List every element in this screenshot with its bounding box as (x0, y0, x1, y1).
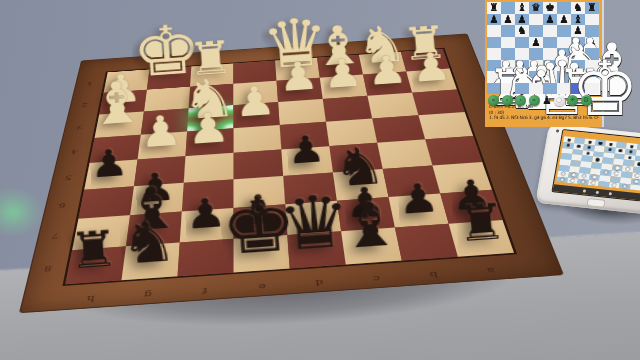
black-knight: ♞ (119, 215, 179, 272)
square-f1[interactable]: ♜ (557, 83, 571, 95)
white-pawn (592, 175, 596, 179)
phone-screen (551, 129, 640, 202)
square-a7[interactable]: ♟ (487, 14, 501, 26)
white-pawn (626, 167, 630, 171)
app-board: ♜♝♛♚♞♜♟♟♟♟♟♝♞♟♟♟♟♟♟♞♝♟♟♟♟♟♜♞♝♛♜♚ (487, 2, 599, 94)
rank-label-4: 4 (62, 138, 86, 164)
black-pawn: ♟ (501, 14, 515, 26)
black-pawn (595, 158, 599, 162)
square-a5 (425, 136, 482, 165)
black-rook: ♜ (455, 198, 509, 248)
white-pawn: ♟ (138, 111, 183, 154)
square-c8: ♝ (341, 228, 402, 265)
square-b8 (395, 224, 458, 261)
white-pawn: ♟ (410, 48, 453, 88)
move-list-line: 1. f4 d5 2. Nf3 Nc6 3. g4 g6 4. e3 Bg7 5… (489, 115, 599, 120)
file-label-d: d (290, 276, 348, 289)
file-label-e: e (234, 280, 291, 293)
board-frame: ♚♜♛♝♞♜♟♟♟♟♟♝♞♟♟♟♟♟♟♞♝♟♟♟♟♟♜♞♚♛♝♜ hgfedcb… (19, 34, 564, 314)
phone-home-button[interactable] (587, 198, 606, 208)
square-d3 (278, 99, 326, 125)
black-pawn: ♟ (396, 179, 440, 220)
square-e7[interactable]: ♟ (543, 14, 557, 26)
square-g8: ♞ (121, 243, 179, 281)
white-pawn: ♟ (186, 107, 231, 150)
square-c3 (323, 96, 372, 122)
led-light-reflection (0, 186, 44, 238)
white-bishop (635, 174, 639, 178)
file-label-b: b (404, 268, 463, 281)
black-pawn (618, 149, 622, 153)
square-a1[interactable]: ♜ (487, 83, 501, 95)
square-c5[interactable] (515, 37, 529, 49)
black-king (609, 142, 613, 146)
white-knight (570, 179, 574, 183)
square-a6[interactable] (487, 25, 501, 37)
black-pawn: ♟ (487, 14, 501, 26)
square-h1[interactable] (585, 83, 599, 95)
phone-app-board (556, 136, 640, 191)
black-pawn (576, 144, 580, 148)
black-rook (567, 138, 571, 142)
white-knight (614, 172, 618, 176)
square-e6[interactable] (543, 25, 557, 37)
file-label-f: f (176, 284, 233, 297)
square-d7[interactable] (529, 14, 543, 26)
white-bishop: ♝ (515, 83, 529, 95)
rank-label-8: 8 (33, 251, 62, 287)
black-pawn (608, 148, 612, 152)
square-e5 (233, 149, 283, 179)
black-rook: ♜ (68, 225, 120, 275)
board-squares: ♚♜♛♝♞♜♟♟♟♟♟♝♞♟♟♟♟♟♟♞♝♟♟♟♟♟♜♞♚♛♝♜ (65, 49, 514, 284)
rank-label-3: 3 (68, 115, 91, 140)
black-knight (586, 151, 590, 155)
square-e1[interactable] (543, 83, 557, 95)
white-pawn: ♟ (366, 51, 409, 91)
square-h1 (629, 184, 640, 191)
square-f7[interactable]: ♟ (557, 14, 571, 26)
square-b7[interactable]: ♟ (501, 14, 515, 26)
square-e4 (233, 125, 281, 153)
square-g4: ♟ (138, 131, 188, 159)
square-h8[interactable]: ♜ (585, 2, 599, 14)
rank-label-5: 5 (56, 164, 81, 192)
white-pawn: ♟ (277, 57, 319, 97)
black-rook: ♜ (585, 2, 599, 14)
square-c1[interactable]: ♝ (515, 83, 529, 95)
rank-label-6: 6 (49, 190, 75, 220)
black-pawn: ♟ (543, 14, 557, 26)
black-bishop (588, 140, 592, 144)
square-a3 (412, 90, 465, 116)
square-e3: ♟ (233, 102, 279, 128)
chess-app-overlay: ♜♝♛♚♞♜♟♟♟♟♟♝♞♟♟♟♟♟♟♞♝♟♟♟♟♟♜♞♝♛♜♚ «‹›»♟○✳… (485, 0, 604, 127)
black-queen: ♛ (529, 2, 543, 14)
file-label-g: g (119, 288, 177, 301)
black-pawn: ♟ (557, 14, 571, 26)
black-bishop (629, 150, 633, 154)
smartphone (535, 124, 640, 215)
square-d8: ♛ (287, 231, 345, 268)
file-label-c: c (347, 272, 406, 285)
black-knight: ♞ (515, 25, 529, 37)
white-pawn (634, 180, 638, 184)
square-c6[interactable]: ♞ (515, 25, 529, 37)
black-queen (598, 141, 602, 145)
black-pawn: ♟ (286, 131, 326, 169)
white-pawn (615, 166, 619, 170)
white-queen (591, 181, 595, 185)
square-b1[interactable]: ♞ (501, 83, 515, 95)
white-pawn (604, 171, 608, 175)
rank-label-7: 7 (41, 219, 68, 252)
scene: ♚♜♛♝♞♜♟♟♟♟♟♝♞♟♟♟♟♟♟♞♝♟♟♟♟♟♜♞♚♛♝♜ hgfedcb… (0, 0, 640, 360)
black-bishop: ♝ (337, 195, 403, 257)
white-queen: ♛ (529, 83, 543, 95)
square-a8: ♜ (449, 220, 514, 257)
square-b6[interactable] (501, 25, 515, 37)
square-a4 (418, 112, 473, 139)
black-pawn (628, 156, 632, 160)
square-g1[interactable]: ♚ (571, 83, 585, 95)
white-king (623, 184, 627, 188)
square-a5[interactable] (487, 37, 501, 49)
square-d1[interactable]: ♛ (529, 83, 543, 95)
square-h8: ♜ (65, 246, 126, 284)
square-f5 (184, 153, 234, 183)
level-time-line: (0 : 30) (489, 110, 599, 115)
engine-status-line: c: d=9 +0.21 6... Nf6 (489, 104, 599, 109)
white-rook: ♜ (487, 83, 501, 95)
white-pawn (561, 172, 565, 176)
black-pawn (587, 145, 591, 149)
white-pawn (571, 173, 575, 177)
physical-chess-board: ♚♜♛♝♞♜♟♟♟♟♟♝♞♟♟♟♟♟♟♞♝♟♟♟♟♟♜♞♚♛♝♜ hgfedcb… (19, 34, 564, 314)
square-b5[interactable] (501, 37, 515, 49)
white-king: ♚ (571, 83, 585, 95)
white-pawn: ♟ (233, 81, 277, 122)
white-knight: ♞ (501, 83, 515, 95)
white-pawn: ♟ (322, 54, 364, 94)
square-d5: ♟ (281, 146, 333, 176)
square-d8[interactable]: ♛ (529, 2, 543, 14)
square-h7[interactable] (585, 14, 599, 26)
move-list-text: 1. f4 d5 2. Nf3 Nc6 3. g4 g6 4. e3 Bg7 5… (489, 115, 599, 120)
white-rook (612, 183, 616, 187)
file-label-h: h (61, 292, 120, 305)
square-b3 (367, 93, 418, 119)
black-knight (630, 144, 634, 148)
black-pawn (566, 143, 570, 147)
white-pawn (582, 174, 586, 178)
white-rook: ♜ (557, 83, 571, 95)
white-rook (560, 178, 564, 182)
white-bishop (581, 180, 585, 184)
file-label-a: a (461, 264, 521, 276)
square-f4: ♟ (185, 128, 233, 156)
